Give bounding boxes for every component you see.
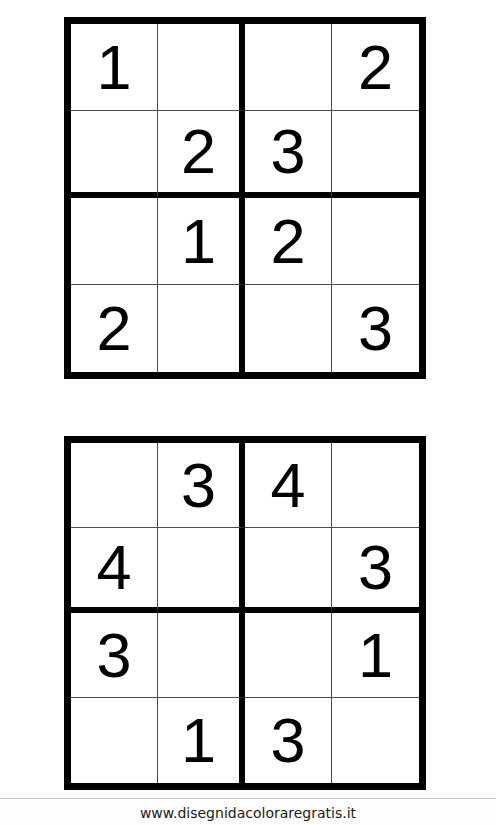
p1-cell-r2c2[interactable]: 2 <box>158 111 245 198</box>
p1-cell-r2c3[interactable]: 3 <box>245 111 332 198</box>
p2-cell-r1c2[interactable]: 3 <box>158 443 245 528</box>
p2-cell-r1c3[interactable]: 4 <box>245 443 332 528</box>
p1-cell-r2c4[interactable] <box>332 111 419 198</box>
p1-cell-r4c2[interactable] <box>158 285 245 372</box>
p2-cell-r2c4[interactable]: 3 <box>332 528 419 613</box>
p1-cell-r3c4[interactable] <box>332 198 419 285</box>
p2-cell-r1c4[interactable] <box>332 443 419 528</box>
p1-cell-r1c3[interactable] <box>245 24 332 111</box>
p1-cell-r2c1[interactable] <box>71 111 158 198</box>
p2-cell-r2c2[interactable] <box>158 528 245 613</box>
p1-cell-r1c4[interactable]: 2 <box>332 24 419 111</box>
sudoku-board-1: 1 2 2 3 1 2 2 3 <box>64 17 426 379</box>
p1-cell-r1c2[interactable] <box>158 24 245 111</box>
p1-cell-r3c2[interactable]: 1 <box>158 198 245 285</box>
p1-cell-r3c1[interactable] <box>71 198 158 285</box>
p1-cell-r4c3[interactable] <box>245 285 332 372</box>
p2-cell-r3c3[interactable] <box>245 613 332 698</box>
p1-cell-r4c1[interactable]: 2 <box>71 285 158 372</box>
p2-cell-r4c1[interactable] <box>71 698 158 783</box>
p1-cell-r3c3[interactable]: 2 <box>245 198 332 285</box>
p1-cell-r4c4[interactable]: 3 <box>332 285 419 372</box>
p1-cell-r1c1[interactable]: 1 <box>71 24 158 111</box>
p2-cell-r4c2[interactable]: 1 <box>158 698 245 783</box>
sudoku-board-2: 3 4 4 3 3 1 1 3 <box>64 436 426 790</box>
watermark: www.disegnidacoloraregratis.it <box>0 798 496 825</box>
p2-cell-r2c3[interactable] <box>245 528 332 613</box>
p2-cell-r2c1[interactable]: 4 <box>71 528 158 613</box>
p2-cell-r4c4[interactable] <box>332 698 419 783</box>
p2-cell-r3c2[interactable] <box>158 613 245 698</box>
p2-cell-r3c1[interactable]: 3 <box>71 613 158 698</box>
p2-cell-r1c1[interactable] <box>71 443 158 528</box>
p2-cell-r3c4[interactable]: 1 <box>332 613 419 698</box>
p2-cell-r4c3[interactable]: 3 <box>245 698 332 783</box>
